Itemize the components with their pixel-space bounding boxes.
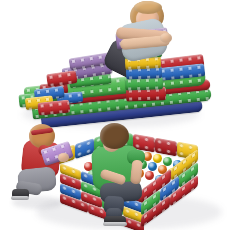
ball bbox=[133, 151, 142, 160]
ball bbox=[98, 166, 107, 175]
bow-yellow-block bbox=[25, 95, 54, 110]
wall-block bbox=[171, 149, 198, 182]
girl2-pants bbox=[17, 166, 57, 194]
wall-block bbox=[60, 183, 81, 201]
wall-block bbox=[81, 181, 102, 199]
hull-green-row bbox=[31, 87, 211, 120]
boy-shirt bbox=[91, 145, 141, 191]
wall-block bbox=[141, 168, 171, 203]
pit-back-left-rim bbox=[57, 132, 113, 166]
pit-front-right-wall bbox=[141, 149, 198, 228]
ball bbox=[135, 169, 144, 178]
wall-block bbox=[141, 195, 170, 228]
ball bbox=[178, 172, 187, 181]
block-boat-group bbox=[11, 42, 213, 132]
tower-green-block-lower bbox=[125, 76, 163, 90]
rim-blue-block bbox=[75, 138, 94, 159]
boy-shorts bbox=[99, 181, 142, 204]
mid-red-block-2 bbox=[39, 82, 68, 97]
seat-back-purple-lower bbox=[61, 61, 112, 82]
girl2-face bbox=[34, 132, 51, 149]
rim-red-block-2 bbox=[155, 138, 177, 157]
wall-block bbox=[123, 206, 144, 224]
girl1-arm-lower bbox=[120, 35, 171, 50]
rim-yellow-block bbox=[177, 141, 198, 160]
ball bbox=[108, 162, 117, 171]
girl1-shorts bbox=[101, 36, 153, 83]
rim-green-block bbox=[94, 132, 113, 153]
ball bbox=[102, 155, 111, 164]
girl2-shirt bbox=[20, 139, 62, 179]
wall-block bbox=[170, 175, 198, 207]
pit-back-right-rim bbox=[112, 130, 198, 161]
ball bbox=[143, 152, 152, 161]
wall-block bbox=[81, 171, 102, 189]
ball bbox=[182, 163, 191, 172]
wall-block bbox=[116, 213, 144, 230]
rim-green-block bbox=[112, 130, 133, 149]
wall-block bbox=[88, 203, 116, 223]
ball bbox=[168, 168, 177, 177]
mid-red-block-1 bbox=[46, 70, 78, 87]
stern-red-block bbox=[149, 54, 204, 73]
ball bbox=[122, 152, 131, 161]
rim-red-block-1 bbox=[133, 134, 155, 153]
boy-shoe-sole bbox=[103, 222, 127, 226]
hull-navy-row bbox=[41, 99, 203, 129]
ball bbox=[163, 157, 172, 166]
boy-hair bbox=[100, 123, 129, 149]
girl2-headband bbox=[31, 127, 53, 135]
boy-right-arm bbox=[130, 159, 143, 184]
pit-ground-shadow bbox=[36, 194, 222, 230]
girl2-hair bbox=[29, 124, 55, 148]
girl2-sleeve bbox=[37, 144, 65, 162]
jumbo-blocks-product-photo bbox=[0, 0, 230, 230]
ball bbox=[155, 175, 164, 184]
tower-purple-lean-block bbox=[115, 27, 168, 49]
tower-red-block bbox=[126, 86, 166, 101]
tower-blue-block bbox=[126, 65, 162, 79]
tower-yellow-block bbox=[125, 55, 162, 70]
girl2-shoe-sole bbox=[11, 196, 29, 200]
wall-block bbox=[123, 186, 144, 204]
ball bbox=[128, 159, 137, 168]
boy-shoe bbox=[104, 216, 126, 225]
ball bbox=[145, 171, 154, 180]
ball bbox=[115, 170, 124, 179]
girl2-ground-shadow bbox=[12, 196, 62, 209]
bow-red-block bbox=[37, 100, 70, 116]
ball bbox=[112, 153, 121, 162]
girl2-hand bbox=[58, 153, 69, 162]
ball bbox=[138, 160, 147, 169]
bow-blue-block bbox=[34, 86, 65, 102]
seat-green-block bbox=[69, 73, 112, 88]
pit-front-left-wall bbox=[60, 163, 144, 230]
boy-left-arm bbox=[99, 168, 127, 186]
deck-green-row bbox=[24, 68, 207, 104]
wall-block bbox=[60, 173, 81, 191]
wall-block bbox=[102, 188, 123, 206]
girl1-arm-upper bbox=[116, 27, 171, 44]
wall-block bbox=[60, 193, 88, 213]
wall-block bbox=[160, 175, 179, 202]
ball bbox=[95, 176, 104, 185]
ball bbox=[125, 168, 134, 177]
deck-side-green-block bbox=[18, 92, 43, 107]
ball bbox=[93, 158, 102, 167]
wall-block bbox=[81, 191, 102, 209]
wall-block bbox=[141, 189, 160, 216]
girl2-shin bbox=[15, 180, 43, 196]
boat-ground-shadow bbox=[22, 100, 200, 128]
bow-low-blue-block bbox=[56, 91, 83, 105]
ball bbox=[118, 160, 127, 169]
ball bbox=[105, 173, 114, 182]
girl1-hand bbox=[160, 33, 172, 43]
hull-red-row bbox=[39, 79, 211, 108]
girl1-hair-back bbox=[130, 1, 164, 31]
stern-blue-block bbox=[158, 63, 205, 81]
ball bbox=[88, 170, 97, 179]
wall-block bbox=[123, 196, 144, 214]
girl1-face bbox=[136, 8, 159, 30]
girl1-shirt bbox=[117, 17, 170, 64]
tower-green-block-upper bbox=[124, 44, 163, 59]
seat-back-purple-upper bbox=[69, 51, 116, 70]
ball bbox=[148, 162, 157, 171]
wall-block bbox=[179, 162, 198, 189]
girl2-shoe bbox=[12, 189, 29, 199]
boy-right-sleeve bbox=[127, 150, 145, 164]
wall-block bbox=[102, 178, 123, 196]
boy-thigh bbox=[103, 195, 124, 214]
ball bbox=[158, 165, 167, 174]
ball bbox=[84, 162, 93, 171]
rim-yellow-block bbox=[57, 144, 75, 165]
girl1-hair-bangs bbox=[134, 1, 162, 14]
boy-shin bbox=[106, 208, 122, 220]
wall-block bbox=[60, 163, 81, 181]
ball bbox=[173, 160, 182, 169]
boy-face bbox=[103, 135, 120, 152]
ball bbox=[153, 154, 162, 163]
girl2-lavender-block bbox=[40, 141, 74, 166]
wall-block bbox=[102, 198, 123, 216]
